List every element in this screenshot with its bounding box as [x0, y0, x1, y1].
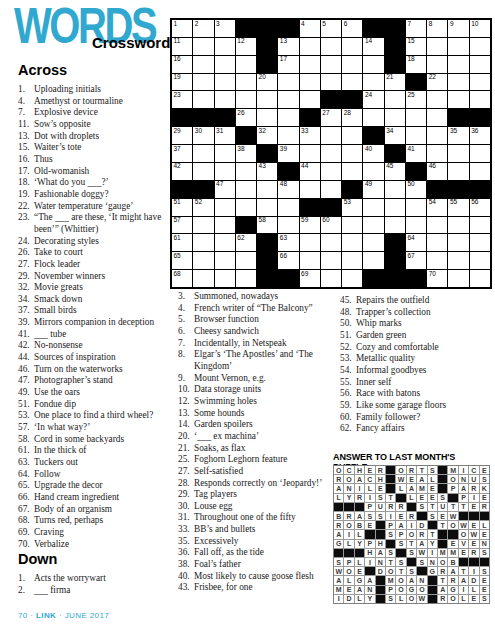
puzzle-cell[interactable]	[193, 91, 213, 108]
clue-text: Acts the worrywart	[34, 573, 168, 585]
puzzle-cell[interactable]	[215, 199, 235, 216]
puzzle-cell[interactable]	[300, 234, 320, 251]
answer-letter-cell: H	[355, 466, 364, 474]
puzzle-cell[interactable]: 69	[300, 270, 320, 287]
puzzle-cell[interactable]	[342, 56, 362, 73]
answer-letter-cell: A	[334, 484, 343, 492]
clue-29: 29.November winners	[18, 271, 168, 283]
puzzle-cell[interactable]: 44	[300, 163, 320, 180]
clue-number: 23.	[18, 212, 34, 235]
answer-letter-cell: L	[355, 595, 364, 603]
puzzle-cell[interactable]: 14	[363, 38, 383, 55]
puzzle-cell[interactable]	[215, 270, 235, 287]
puzzle-cell[interactable]	[300, 38, 320, 55]
clue-1: 1.Acts the worrywart	[18, 573, 168, 585]
clue-50: 50.Whip marks	[340, 318, 492, 330]
puzzle-cell[interactable]: 46	[427, 163, 447, 180]
answer-letter-cell: T	[386, 558, 395, 566]
puzzle-cell[interactable]	[257, 199, 277, 216]
clue-number: 20.	[178, 431, 194, 443]
puzzle-cell[interactable]: 65	[172, 252, 192, 269]
answer-letter-cell: E	[438, 512, 447, 520]
puzzle-cell[interactable]: 8	[427, 20, 447, 37]
puzzle-cell[interactable]	[385, 181, 405, 198]
puzzle-cell[interactable]	[193, 217, 213, 234]
puzzle-cell[interactable]: 24	[363, 91, 383, 108]
puzzle-cell[interactable]	[363, 252, 383, 269]
puzzle-cell[interactable]: 58	[257, 217, 277, 234]
puzzle-cell[interactable]: 38	[236, 145, 256, 162]
puzzle-cell[interactable]: 42	[172, 163, 192, 180]
cell-number: 68	[174, 271, 181, 278]
puzzle-cell[interactable]	[321, 127, 341, 144]
puzzle-cell[interactable]	[321, 181, 341, 198]
puzzle-cell[interactable]	[193, 252, 213, 269]
cell-number: 5	[322, 21, 326, 28]
puzzle-cell[interactable]: 20	[257, 74, 277, 91]
puzzle-cell[interactable]	[427, 109, 447, 126]
puzzle-cell[interactable]	[193, 163, 213, 180]
black-cell	[376, 595, 385, 603]
clue-54: 54.Informal goodbyes	[340, 365, 492, 377]
answer-letter-cell: T	[396, 567, 405, 575]
clue-57: 57.‘In what way?’	[18, 422, 168, 434]
puzzle-cell[interactable]	[215, 38, 235, 55]
clue-26: 26.Take to court	[18, 247, 168, 259]
answer-letter-cell: P	[386, 521, 395, 529]
puzzle-cell[interactable]	[363, 199, 383, 216]
across-section: Across 1.Uploading initials4.Amethyst or…	[18, 62, 168, 550]
answer-letter-cell: E	[428, 484, 437, 492]
puzzle-cell[interactable]	[470, 252, 490, 269]
puzzle-cell[interactable]	[427, 91, 447, 108]
puzzle-cell[interactable]	[193, 38, 213, 55]
answer-letter-cell: E	[417, 494, 426, 502]
cell-number: 45	[386, 163, 393, 170]
puzzle-cell[interactable]: 40	[363, 145, 383, 162]
answer-letter-cell: T	[428, 530, 437, 538]
puzzle-cell[interactable]: 12	[236, 38, 256, 55]
puzzle-cell[interactable]: 13	[278, 38, 298, 55]
puzzle-cell[interactable]: 39	[278, 145, 298, 162]
puzzle-cell[interactable]	[300, 74, 320, 91]
puzzle-cell[interactable]: 57	[172, 217, 192, 234]
puzzle-cell[interactable]	[193, 234, 213, 251]
answer-letter-cell: A	[334, 576, 343, 584]
puzzle-cell[interactable]	[278, 127, 298, 144]
puzzle-cell[interactable]	[427, 145, 447, 162]
puzzle-cell[interactable]: 26	[236, 109, 256, 126]
puzzle-cell[interactable]	[363, 217, 383, 234]
puzzle-cell[interactable]	[321, 252, 341, 269]
puzzle-cell[interactable]: 59	[300, 217, 320, 234]
puzzle-cell[interactable]: 66	[278, 252, 298, 269]
clue-number: 54.	[340, 365, 356, 377]
black-cell	[438, 466, 447, 474]
answer-letter-cell: W	[334, 567, 343, 575]
puzzle-cell[interactable]: 18	[406, 56, 426, 73]
puzzle-cell[interactable]	[448, 234, 468, 251]
puzzle-cell[interactable]	[406, 127, 426, 144]
puzzle-cell[interactable]: 29	[172, 127, 192, 144]
clue-10: 10.Data storage units	[178, 384, 332, 396]
puzzle-cell[interactable]: 33	[300, 127, 320, 144]
clue-text: Flock leader	[34, 259, 168, 271]
puzzle-cell[interactable]: 41	[406, 145, 426, 162]
puzzle-cell[interactable]	[215, 91, 235, 108]
puzzle-cell[interactable]: 50	[406, 181, 426, 198]
puzzle-cell[interactable]: 53	[342, 199, 362, 216]
answer-letter-cell: R	[469, 549, 478, 557]
puzzle-cell[interactable]	[363, 109, 383, 126]
puzzle-cell[interactable]: 37	[172, 145, 192, 162]
puzzle-cell[interactable]	[278, 91, 298, 108]
puzzle-cell[interactable]	[321, 38, 341, 55]
puzzle-cell[interactable]: 15	[406, 38, 426, 55]
puzzle-cell[interactable]	[321, 234, 341, 251]
black-cell	[448, 530, 457, 538]
cell-number: 9	[450, 21, 454, 28]
puzzle-cell[interactable]: 61	[172, 234, 192, 251]
black-cell	[385, 56, 405, 73]
puzzle-cell[interactable]	[406, 109, 426, 126]
answer-letter-cell: I	[365, 494, 374, 502]
puzzle-cell[interactable]	[448, 38, 468, 55]
clue-text: Responds correctly on ‘Jeopardy!’	[194, 478, 332, 490]
clue-number: 42.	[18, 340, 34, 352]
puzzle-cell[interactable]: 1	[172, 20, 192, 37]
clue-number: 27.	[178, 466, 194, 478]
clue-text: Body of an organism	[34, 504, 168, 516]
black-cell	[376, 530, 385, 538]
clue-number: 6.	[178, 326, 194, 338]
clue-number: 36.	[178, 547, 194, 559]
answer-letter-cell: G	[334, 540, 343, 548]
puzzle-cell[interactable]	[448, 145, 468, 162]
puzzle-cell[interactable]	[363, 74, 383, 91]
puzzle-cell[interactable]	[427, 234, 447, 251]
puzzle-cell[interactable]: 70	[427, 270, 447, 287]
puzzle-cell[interactable]: 21	[385, 74, 405, 91]
puzzle-cell[interactable]: 22	[427, 74, 447, 91]
puzzle-cell[interactable]: 68	[172, 270, 192, 287]
puzzle-cell[interactable]	[427, 252, 447, 269]
puzzle-cell[interactable]: 48	[278, 181, 298, 198]
clue-text: Cozy and comfortable	[356, 342, 492, 354]
puzzle-cell[interactable]	[300, 181, 320, 198]
puzzle-cell[interactable]	[321, 56, 341, 73]
puzzle-cell[interactable]: 28	[342, 109, 362, 126]
puzzle-cell[interactable]	[470, 38, 490, 55]
puzzle-cell[interactable]: 31	[215, 127, 235, 144]
puzzle-cell[interactable]	[236, 252, 256, 269]
puzzle-cell[interactable]	[236, 199, 256, 216]
answer-letter-cell: M	[448, 466, 457, 474]
black-cell	[257, 38, 277, 55]
puzzle-cell[interactable]	[215, 217, 235, 234]
puzzle-cell[interactable]	[236, 74, 256, 91]
puzzle-cell[interactable]	[215, 56, 235, 73]
puzzle-cell[interactable]: 9	[448, 20, 468, 37]
clue-4: 4.Amethyst or tourmaline	[18, 96, 168, 108]
answer-letter-cell: H	[376, 475, 385, 483]
answer-letter-cell: W	[469, 530, 478, 538]
puzzle-cell[interactable]	[300, 252, 320, 269]
puzzle-cell[interactable]	[236, 163, 256, 180]
clue-text: Fashionable doggy?	[34, 189, 168, 201]
puzzle-cell[interactable]	[427, 38, 447, 55]
puzzle-cell[interactable]: 16	[172, 56, 192, 73]
black-cell	[344, 549, 353, 557]
puzzle-cell[interactable]	[448, 217, 468, 234]
clue-30: 30.Louse egg	[178, 501, 332, 513]
puzzle-cell[interactable]: 25	[406, 91, 426, 108]
puzzle-cell[interactable]: 19	[172, 74, 192, 91]
clue-text: Tag players	[194, 489, 332, 501]
puzzle-cell[interactable]	[193, 74, 213, 91]
cell-number: 46	[429, 163, 436, 170]
clue-42: 42.No-nonsense	[18, 340, 168, 352]
cell-number: 70	[429, 271, 436, 278]
answer-letter-cell: E	[376, 484, 385, 492]
black-cell	[407, 503, 416, 511]
puzzle-cell[interactable]	[448, 56, 468, 73]
clue-44: 44.Sources of inspiration	[18, 352, 168, 364]
clue-number: 38.	[178, 559, 194, 571]
answer-letter-cell: L	[459, 595, 468, 603]
puzzle-cell[interactable]: 35	[448, 127, 468, 144]
clue-48: 48.Trapper’s collection	[340, 307, 492, 319]
puzzle-cell[interactable]: 4	[300, 20, 320, 37]
puzzle-cell[interactable]	[363, 234, 383, 251]
cell-number: 33	[301, 128, 308, 135]
down-clues-middle-column: 3.Summoned, nowadays4.French writer of “…	[178, 291, 332, 594]
puzzle-cell[interactable]	[257, 181, 277, 198]
across-clues: 1.Uploading initials4.Amethyst or tourma…	[18, 84, 168, 550]
puzzle-cell[interactable]: 27	[321, 109, 341, 126]
answer-letter-cell: P	[344, 558, 353, 566]
puzzle-cell[interactable]	[215, 74, 235, 91]
puzzle-cell[interactable]	[363, 56, 383, 73]
puzzle-cell[interactable]	[257, 91, 277, 108]
puzzle-cell[interactable]: 49	[363, 181, 383, 198]
cell-number: 60	[322, 217, 329, 224]
answer-letter-cell: O	[407, 530, 416, 538]
puzzle-cell[interactable]	[342, 252, 362, 269]
puzzle-cell[interactable]: 23	[172, 91, 192, 108]
puzzle-cell[interactable]	[321, 270, 341, 287]
puzzle-cell[interactable]	[342, 217, 362, 234]
puzzle-cell[interactable]	[363, 163, 383, 180]
puzzle-cell[interactable]	[321, 74, 341, 91]
puzzle-cell[interactable]	[342, 163, 362, 180]
puzzle-cell[interactable]	[321, 145, 341, 162]
puzzle-cell[interactable]: 36	[470, 127, 490, 144]
black-cell	[355, 503, 364, 511]
puzzle-cell[interactable]	[342, 38, 362, 55]
clue-text: November winners	[34, 271, 168, 283]
puzzle-cell[interactable]: 2	[193, 20, 213, 37]
clue-text: Hand cream ingredient	[34, 492, 168, 504]
answer-letter-cell: E	[480, 530, 489, 538]
answer-letter-cell: O	[344, 521, 353, 529]
answer-letter-cell: I	[334, 595, 343, 603]
puzzle-cell[interactable]	[448, 252, 468, 269]
puzzle-cell[interactable]: 51	[172, 199, 192, 216]
answer-letter-cell: L	[334, 494, 343, 502]
black-cell	[469, 512, 478, 520]
puzzle-cell[interactable]	[448, 270, 468, 287]
answer-letter-cell: L	[365, 484, 374, 492]
puzzle-cell[interactable]	[257, 109, 277, 126]
puzzle-cell[interactable]	[427, 56, 447, 73]
clue-61: 61.In the thick of	[18, 445, 168, 457]
puzzle-cell[interactable]	[278, 74, 298, 91]
puzzle-cell[interactable]: 60	[321, 217, 341, 234]
clue-number: 2.	[18, 585, 34, 597]
puzzle-cell[interactable]	[193, 145, 213, 162]
puzzle-cell[interactable]	[470, 91, 490, 108]
puzzle-cell[interactable]	[321, 163, 341, 180]
down-clues-col3: 45.Repairs the outfield48.Trapper’s coll…	[340, 295, 492, 435]
clue-text: Cheesy sandwich	[194, 326, 332, 338]
puzzle-cell[interactable]	[470, 270, 490, 287]
cell-number: 69	[301, 271, 308, 278]
crossword-grid: 1234567891011121314151617181920212223242…	[170, 18, 492, 289]
cell-number: 21	[386, 74, 393, 81]
puzzle-cell[interactable]	[470, 56, 490, 73]
puzzle-cell[interactable]	[385, 109, 405, 126]
puzzle-cell[interactable]: 34	[385, 127, 405, 144]
answer-letter-cell: D	[469, 576, 478, 584]
puzzle-cell[interactable]	[385, 91, 405, 108]
puzzle-cell[interactable]	[300, 56, 320, 73]
puzzle-cell[interactable]: 11	[172, 38, 192, 55]
answer-letter-cell: I	[469, 567, 478, 575]
puzzle-cell[interactable]	[215, 234, 235, 251]
puzzle-cell[interactable]: 32	[257, 127, 277, 144]
puzzle-cell[interactable]: 56	[470, 199, 490, 216]
black-cell	[448, 494, 457, 502]
puzzle-cell[interactable]	[385, 217, 405, 234]
puzzle-cell[interactable]: 17	[278, 56, 298, 73]
puzzle-cell[interactable]: 30	[193, 127, 213, 144]
clue-number: 12.	[178, 396, 194, 408]
answer-letter-cell: O	[438, 558, 447, 566]
puzzle-cell[interactable]	[427, 127, 447, 144]
puzzle-cell[interactable]	[406, 217, 426, 234]
puzzle-cell[interactable]: 67	[406, 252, 426, 269]
puzzle-cell[interactable]	[427, 217, 447, 234]
clue-number: 22.	[18, 201, 34, 213]
clue-number: 55.	[340, 377, 356, 389]
clue-text: Small birds	[34, 305, 168, 317]
puzzle-cell[interactable]	[300, 91, 320, 108]
puzzle-cell[interactable]	[448, 163, 468, 180]
puzzle-cell[interactable]	[385, 199, 405, 216]
puzzle-cell[interactable]	[215, 252, 235, 269]
puzzle-cell[interactable]	[278, 217, 298, 234]
cell-number: 3	[216, 21, 220, 28]
black-cell	[342, 181, 362, 198]
puzzle-cell[interactable]: 52	[193, 199, 213, 216]
puzzle-cell[interactable]	[342, 234, 362, 251]
puzzle-cell[interactable]	[342, 127, 362, 144]
puzzle-cell[interactable]	[193, 56, 213, 73]
cell-number: 34	[386, 128, 393, 135]
puzzle-cell[interactable]	[448, 91, 468, 108]
puzzle-cell[interactable]	[470, 74, 490, 91]
puzzle-cell[interactable]	[215, 145, 235, 162]
puzzle-cell[interactable]	[470, 145, 490, 162]
puzzle-cell[interactable]	[236, 91, 256, 108]
puzzle-cell[interactable]: 5	[321, 20, 341, 37]
puzzle-cell[interactable]	[342, 145, 362, 162]
black-cell	[406, 163, 426, 180]
puzzle-cell[interactable]: 55	[448, 199, 468, 216]
clue-number: 32.	[18, 282, 34, 294]
clue-number: 13.	[178, 408, 194, 420]
cell-number: 40	[365, 146, 372, 153]
puzzle-cell[interactable]: 7	[406, 20, 426, 37]
puzzle-cell[interactable]	[278, 199, 298, 216]
answer-letter-cell: E	[469, 595, 478, 603]
answer-letter-cell: S	[438, 494, 447, 502]
clue-8: 8.Elgar’s ‘The Apostles’ and ‘The Kingdo…	[178, 349, 332, 372]
puzzle-cell[interactable]: 10	[470, 20, 490, 37]
clue-number: 14.	[178, 419, 194, 431]
clue-text: Waiter’s tote	[34, 142, 168, 154]
puzzle-cell[interactable]	[470, 163, 490, 180]
answer-letter-cell: M	[438, 549, 447, 557]
black-cell	[428, 586, 437, 594]
cell-number: 23	[174, 92, 181, 99]
answer-letter-cell: A	[459, 576, 468, 584]
clue-number: 40.	[178, 571, 194, 583]
puzzle-cell[interactable]	[342, 270, 362, 287]
puzzle-cell[interactable]: 47	[215, 181, 235, 198]
puzzle-cell[interactable]	[342, 74, 362, 91]
puzzle-cell[interactable]	[470, 234, 490, 251]
puzzle-cell[interactable]	[278, 109, 298, 126]
puzzle-cell[interactable]: 43	[257, 163, 277, 180]
clue-29: 29.Tag players	[178, 489, 332, 501]
answer-letter-cell: H	[376, 540, 385, 548]
answer-letter-cell: C	[344, 466, 353, 474]
puzzle-cell[interactable]	[236, 181, 256, 198]
clue-text: Water temperature ‘gauge’	[34, 201, 168, 213]
answer-letter-cell: E	[459, 549, 468, 557]
puzzle-cell[interactable]	[236, 270, 256, 287]
puzzle-cell[interactable]: 63	[278, 234, 298, 251]
puzzle-cell[interactable]	[300, 145, 320, 162]
clue-text: Follow	[34, 469, 168, 481]
puzzle-cell[interactable]: 45	[385, 163, 405, 180]
puzzle-cell[interactable]	[236, 56, 256, 73]
cell-number: 31	[216, 128, 223, 135]
puzzle-cell[interactable]	[406, 199, 426, 216]
puzzle-cell[interactable]	[448, 74, 468, 91]
puzzle-cell[interactable]: 3	[215, 20, 235, 37]
puzzle-cell[interactable]	[193, 270, 213, 287]
puzzle-cell[interactable]: 6	[342, 20, 362, 37]
puzzle-cell[interactable]	[470, 217, 490, 234]
puzzle-cell[interactable]: 64	[406, 234, 426, 251]
puzzle-cell[interactable]: 54	[427, 199, 447, 216]
clue-69: 69.Craving	[18, 527, 168, 539]
puzzle-cell[interactable]: 62	[236, 234, 256, 251]
puzzle-cell[interactable]	[215, 163, 235, 180]
